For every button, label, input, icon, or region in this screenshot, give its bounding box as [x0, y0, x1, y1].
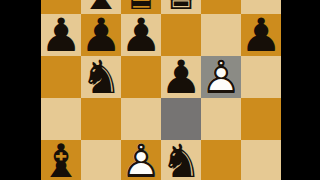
- square-d5[interactable]: [121, 98, 161, 140]
- black-bishop-piece[interactable]: ♝: [81, 0, 121, 14]
- video-frame: ♝♛♚♟♟♟♟♞♟♟♙♝♟♙♞: [0, 0, 320, 180]
- square-b8[interactable]: [41, 0, 81, 14]
- square-e8[interactable]: ♚: [161, 0, 201, 14]
- square-f6[interactable]: ♟♙: [201, 56, 241, 98]
- square-d8[interactable]: ♛: [121, 0, 161, 14]
- black-queen-piece[interactable]: ♛: [121, 0, 161, 14]
- square-g6[interactable]: [241, 56, 281, 98]
- square-f8[interactable]: [201, 0, 241, 14]
- letterbox-left: [0, 0, 41, 180]
- square-g4[interactable]: [241, 140, 281, 180]
- white-pawn-piece[interactable]: ♟♙: [121, 140, 161, 180]
- square-c8[interactable]: ♝: [81, 0, 121, 14]
- square-c7[interactable]: ♟: [81, 14, 121, 56]
- square-c5[interactable]: [81, 98, 121, 140]
- square-f7[interactable]: [201, 14, 241, 56]
- square-e4[interactable]: ♞: [161, 140, 201, 180]
- white-piece-outline: ♙: [121, 140, 161, 180]
- chess-board: ♝♛♚♟♟♟♟♞♟♟♙♝♟♙♞: [41, 0, 281, 180]
- white-pawn-piece[interactable]: ♟♙: [201, 56, 241, 98]
- square-c6[interactable]: ♞: [81, 56, 121, 98]
- square-e6[interactable]: ♟: [161, 56, 201, 98]
- black-knight-piece[interactable]: ♞: [81, 56, 121, 98]
- letterbox-right: [281, 0, 320, 180]
- square-c4[interactable]: [81, 140, 121, 180]
- square-b5[interactable]: [41, 98, 81, 140]
- square-d6[interactable]: [121, 56, 161, 98]
- square-g5[interactable]: [241, 98, 281, 140]
- black-pawn-piece[interactable]: ♟: [241, 14, 281, 56]
- square-e5[interactable]: [161, 98, 201, 140]
- black-king-piece[interactable]: ♚: [161, 0, 201, 14]
- square-b4[interactable]: ♝: [41, 140, 81, 180]
- square-f5[interactable]: [201, 98, 241, 140]
- black-bishop-piece[interactable]: ♝: [41, 140, 81, 180]
- black-pawn-piece[interactable]: ♟: [161, 56, 201, 98]
- square-b7[interactable]: ♟: [41, 14, 81, 56]
- black-knight-piece[interactable]: ♞: [161, 140, 201, 180]
- white-piece-outline: ♙: [201, 56, 241, 98]
- square-d4[interactable]: ♟♙: [121, 140, 161, 180]
- black-pawn-piece[interactable]: ♟: [41, 14, 81, 56]
- square-d7[interactable]: ♟: [121, 14, 161, 56]
- black-pawn-piece[interactable]: ♟: [121, 14, 161, 56]
- square-g7[interactable]: ♟: [241, 14, 281, 56]
- square-g8[interactable]: [241, 0, 281, 14]
- square-f4[interactable]: [201, 140, 241, 180]
- square-e7[interactable]: [161, 14, 201, 56]
- black-pawn-piece[interactable]: ♟: [81, 14, 121, 56]
- square-b6[interactable]: [41, 56, 81, 98]
